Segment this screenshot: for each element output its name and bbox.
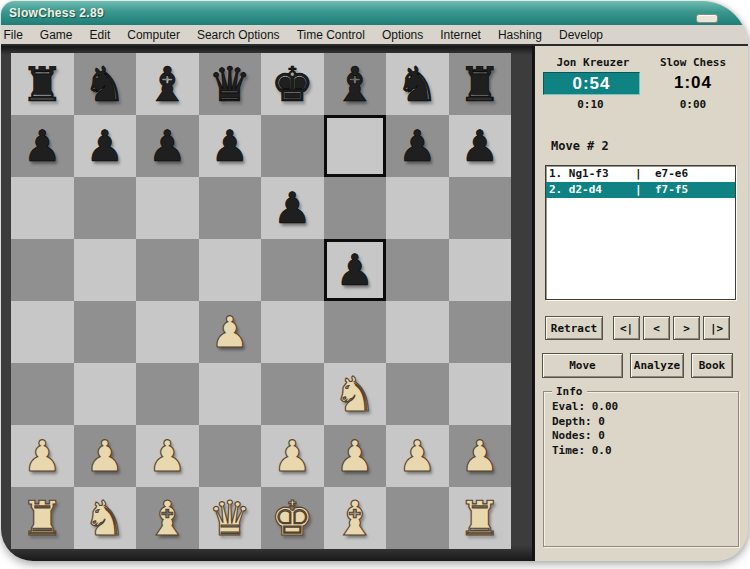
black-p-piece[interactable]: ♟ [148,125,187,168]
retract-button[interactable]: Retract [545,316,603,340]
menu-computer[interactable]: Computer [119,28,189,42]
square-b5[interactable] [74,239,137,301]
square-e4[interactable] [261,301,324,363]
square-c4[interactable] [136,301,199,363]
black-r-piece[interactable]: ♜ [21,60,64,108]
black-sub-time: 0:00 [647,98,739,111]
square-c2[interactable]: ♟ [136,425,199,487]
title-bar[interactable]: SlowChess 2.89 [1,1,748,25]
square-e5[interactable] [261,239,324,301]
black-b-piece[interactable]: ♝ [146,60,189,108]
menu-file[interactable]: File [1,28,31,42]
square-a5[interactable] [11,239,74,301]
white-player-name: Jon Kreuzer [543,56,643,69]
move-list[interactable]: 1. Ng1-f3 | e7-e62. d2-d4 | f7-f5 [545,165,736,300]
square-d5[interactable] [199,239,262,301]
main-area: ♜♞♝♛♚♝♞♜♟♟♟♟♟♟♟♟♟♞♟♟♟♟♟♟♟♜♞♝♛♚♝♜ Jon Kre… [1,46,748,561]
go-end-button[interactable]: |> [703,316,730,340]
square-f2[interactable]: ♟ [324,425,387,487]
white-b-piece[interactable]: ♝ [146,494,189,542]
square-d6[interactable] [199,177,262,239]
square-b6[interactable] [74,177,137,239]
square-h7[interactable]: ♟ [449,115,512,177]
window-title: SlowChess 2.89 [1,6,104,20]
black-b-piece[interactable]: ♝ [333,60,376,108]
white-b-piece[interactable]: ♝ [333,494,376,542]
square-c7[interactable]: ♟ [136,115,199,177]
white-p-piece[interactable]: ♟ [23,435,62,478]
square-a1[interactable]: ♜ [11,487,74,549]
white-k-piece[interactable]: ♚ [271,494,314,542]
square-c5[interactable] [136,239,199,301]
white-p-piece[interactable]: ♟ [85,435,124,478]
square-b1[interactable]: ♞ [74,487,137,549]
square-d2[interactable] [199,425,262,487]
menu-game[interactable]: Game [31,28,81,42]
black-r-piece[interactable]: ♜ [458,60,501,108]
square-g3[interactable] [386,363,449,425]
square-f4[interactable] [324,301,387,363]
square-a3[interactable] [11,363,74,425]
square-h3[interactable] [449,363,512,425]
square-d7[interactable]: ♟ [199,115,262,177]
white-clock: 0:54 [543,72,640,95]
square-b2[interactable]: ♟ [74,425,137,487]
go-start-button[interactable]: <| [613,316,640,340]
square-g7[interactable]: ♟ [386,115,449,177]
square-g6[interactable] [386,177,449,239]
white-sub-time: 0:10 [543,98,638,111]
white-n-piece[interactable]: ♞ [333,370,376,418]
menu-internet[interactable]: Internet [432,28,490,42]
square-a4[interactable] [11,301,74,363]
square-f1[interactable]: ♝ [324,487,387,549]
move-button[interactable]: Move [542,353,623,378]
board-frame: ♜♞♝♛♚♝♞♜♟♟♟♟♟♟♟♟♟♞♟♟♟♟♟♟♟♜♞♝♛♚♝♜ [1,46,532,561]
move-list-row-2[interactable]: 2. d2-d4 | f7-f5 [546,182,735,198]
square-h1[interactable]: ♜ [449,487,512,549]
square-b7[interactable]: ♟ [74,115,137,177]
square-d4[interactable]: ♟ [199,301,262,363]
black-p-piece[interactable]: ♟ [85,125,124,168]
white-p-piece[interactable]: ♟ [460,435,499,478]
square-e6[interactable]: ♟ [261,177,324,239]
white-r-piece[interactable]: ♜ [458,494,501,542]
black-p-piece[interactable]: ♟ [460,125,499,168]
slowchess-window: SlowChess 2.89 File Game Edit Computer S… [1,1,748,561]
side-panel: Jon Kreuzer Slow Chess 0:54 1:04 0:10 0:… [532,46,748,561]
black-q-piece[interactable]: ♛ [208,60,251,108]
book-button[interactable]: Book [691,353,733,378]
square-e3[interactable] [261,363,324,425]
chess-board[interactable]: ♜♞♝♛♚♝♞♜♟♟♟♟♟♟♟♟♟♞♟♟♟♟♟♟♟♜♞♝♛♚♝♜ [11,53,511,549]
info-groupbox-title: Info [552,385,587,398]
square-e8[interactable]: ♚ [261,53,324,115]
white-r-piece[interactable]: ♜ [21,494,64,542]
square-g8[interactable]: ♞ [386,53,449,115]
white-p-piece[interactable]: ♟ [148,435,187,478]
square-e7[interactable] [261,115,324,177]
square-d8[interactable]: ♛ [199,53,262,115]
black-k-piece[interactable]: ♚ [271,60,314,108]
square-b4[interactable] [74,301,137,363]
square-c3[interactable] [136,363,199,425]
square-g5[interactable] [386,239,449,301]
white-q-piece[interactable]: ♛ [208,494,251,542]
menu-options[interactable]: Options [373,28,431,42]
menu-search-options[interactable]: Search Options [188,28,288,42]
white-p-piece[interactable]: ♟ [398,435,437,478]
square-h8[interactable]: ♜ [449,53,512,115]
square-e1[interactable]: ♚ [261,487,324,549]
black-p-piece[interactable]: ♟ [210,125,249,168]
square-f3[interactable]: ♞ [324,363,387,425]
move-list-row-1[interactable]: 1. Ng1-f3 | e7-e6 [546,166,735,182]
analyze-button[interactable]: Analyze [630,353,684,378]
step-forward-button[interactable]: > [673,316,700,340]
square-f8[interactable]: ♝ [324,53,387,115]
square-h2[interactable]: ♟ [449,425,512,487]
square-f5[interactable]: ♟ [324,239,387,301]
black-n-piece[interactable]: ♞ [83,60,126,108]
square-b3[interactable] [74,363,137,425]
square-a7[interactable]: ♟ [11,115,74,177]
square-g2[interactable]: ♟ [386,425,449,487]
square-c1[interactable]: ♝ [136,487,199,549]
square-f6[interactable] [324,177,387,239]
engine-info-lines: Eval: 0.00 Depth: 0 Nodes: 0 Time: 0.0 [544,392,738,458]
square-b8[interactable]: ♞ [74,53,137,115]
step-back-button[interactable]: < [643,316,670,340]
black-player-name: Slow Chess [647,56,739,69]
black-p-piece[interactable]: ♟ [23,125,62,168]
info-groupbox: Info Eval: 0.00 Depth: 0 Nodes: 0 Time: … [543,391,739,547]
square-a2[interactable]: ♟ [11,425,74,487]
white-p-piece[interactable]: ♟ [273,435,312,478]
white-n-piece[interactable]: ♞ [83,494,126,542]
black-p-piece[interactable]: ♟ [273,187,312,230]
square-f7[interactable] [324,115,387,177]
square-c6[interactable] [136,177,199,239]
square-g1[interactable] [386,487,449,549]
menu-develop[interactable]: Develop [550,28,611,42]
black-p-piece[interactable]: ♟ [335,249,374,292]
square-d1[interactable]: ♛ [199,487,262,549]
square-g4[interactable] [386,301,449,363]
square-d3[interactable] [199,363,262,425]
menu-bar: File Game Edit Computer Search Options T… [1,25,748,46]
black-n-piece[interactable]: ♞ [396,60,439,108]
move-number-label: Move # 2 [551,139,609,153]
black-p-piece[interactable]: ♟ [398,125,437,168]
square-a8[interactable]: ♜ [11,53,74,115]
menu-time-control[interactable]: Time Control [288,28,373,42]
square-e2[interactable]: ♟ [261,425,324,487]
square-a6[interactable] [11,177,74,239]
menu-hashing[interactable]: Hashing [489,28,550,42]
square-c8[interactable]: ♝ [136,53,199,115]
square-h6[interactable] [449,177,512,239]
square-h5[interactable] [449,239,512,301]
menu-edit[interactable]: Edit [81,28,119,42]
minimize-button[interactable] [696,14,718,23]
square-h4[interactable] [449,301,512,363]
white-p-piece[interactable]: ♟ [335,435,374,478]
white-p-piece[interactable]: ♟ [210,311,249,354]
black-clock: 1:04 [647,72,739,93]
